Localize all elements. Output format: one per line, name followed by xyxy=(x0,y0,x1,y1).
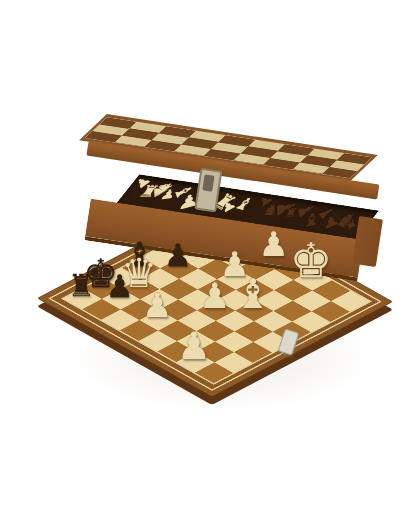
product-photo: ♟♜♞♟♝♟♞♟♜♟♝ ♟♞♟♜♟♝♟♟♞♜ ♜♚♝♟♛♟♟♟♟♟♝♚♟ xyxy=(0,0,406,516)
